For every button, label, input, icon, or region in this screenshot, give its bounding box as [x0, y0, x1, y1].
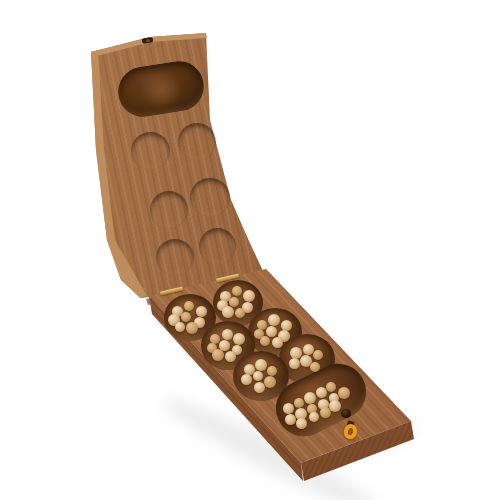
bead [196, 306, 207, 317]
bead [254, 382, 265, 393]
bead [225, 351, 236, 362]
bead [260, 336, 270, 346]
bead [303, 344, 314, 355]
bead [212, 349, 224, 361]
bead [235, 308, 245, 318]
bead [243, 290, 255, 302]
bead [232, 286, 242, 296]
bead [304, 392, 316, 404]
bead [222, 306, 234, 318]
lid-pit-right-2[interactable] [190, 178, 230, 217]
bead [267, 366, 277, 376]
latch-hole [341, 409, 351, 418]
bead [175, 322, 185, 332]
mancala-scene [0, 0, 500, 500]
bead [181, 312, 191, 322]
lid-pit-left-3[interactable] [156, 239, 194, 276]
bead [229, 297, 239, 307]
bead [184, 301, 194, 311]
bead [326, 382, 336, 392]
bead [186, 322, 198, 334]
bead [316, 387, 327, 398]
lid-pit-left-1[interactable] [131, 132, 170, 170]
bead [264, 376, 276, 388]
bead [283, 403, 294, 414]
bead [281, 320, 292, 331]
bead [294, 398, 304, 408]
bead [222, 329, 233, 340]
bead [338, 387, 350, 399]
bead [253, 371, 263, 381]
bead [241, 374, 252, 385]
lid-latch-peg [146, 39, 150, 42]
bead [329, 400, 341, 412]
bead [296, 418, 307, 429]
bead [285, 414, 296, 425]
lid-pit-right-1[interactable] [178, 123, 216, 161]
lid-pit-right-3[interactable] [199, 228, 236, 265]
lid-board [0, 0, 500, 500]
bead [309, 412, 319, 422]
bead [289, 358, 300, 369]
bead [255, 359, 267, 371]
bead [266, 326, 277, 337]
bead [272, 337, 283, 348]
bead [310, 362, 320, 372]
bead [313, 350, 323, 360]
bead [233, 333, 245, 345]
lid-pit-left-2[interactable] [150, 191, 188, 229]
bead [268, 314, 280, 326]
